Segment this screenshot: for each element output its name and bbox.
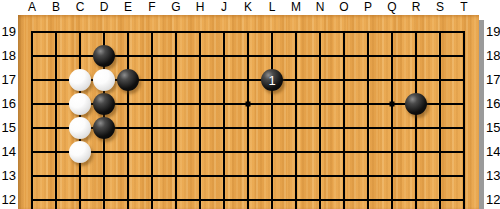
row-label-left-13: 13 <box>0 168 16 184</box>
row-label-left-15: 15 <box>0 120 16 136</box>
column-label-F: F <box>140 0 164 15</box>
white-stone-C16 <box>69 93 91 115</box>
column-label-K: K <box>236 0 260 15</box>
column-label-G: G <box>164 0 188 15</box>
row-label-right-17: 17 <box>486 72 500 88</box>
white-stone-C17 <box>69 69 91 91</box>
column-label-S: S <box>428 0 452 15</box>
move-1-black-stone-L17: 1 <box>261 69 283 91</box>
row-label-right-15: 15 <box>486 120 500 136</box>
column-label-N: N <box>308 0 332 15</box>
row-label-right-12: 12 <box>486 192 500 208</box>
white-stone-C14 <box>69 141 91 163</box>
black-stone-E17 <box>117 69 139 91</box>
move-number-label: 1 <box>261 69 283 91</box>
black-stone-D15 <box>93 117 115 139</box>
board-drop-shadow <box>479 20 484 209</box>
black-stone-D18 <box>93 45 115 67</box>
column-label-Q: Q <box>380 0 404 15</box>
white-stone-C15 <box>69 117 91 139</box>
row-label-right-16: 16 <box>486 96 500 112</box>
row-label-left-16: 16 <box>0 96 16 112</box>
column-label-E: E <box>116 0 140 15</box>
column-label-P: P <box>356 0 380 15</box>
column-label-O: O <box>332 0 356 15</box>
row-label-left-14: 14 <box>0 144 16 160</box>
row-label-left-19: 19 <box>0 24 16 40</box>
column-label-C: C <box>68 0 92 15</box>
row-label-left-12: 12 <box>0 192 16 208</box>
row-label-left-18: 18 <box>0 48 16 64</box>
black-stone-D16 <box>93 93 115 115</box>
row-label-right-14: 14 <box>486 144 500 160</box>
column-label-H: H <box>188 0 212 15</box>
column-label-R: R <box>404 0 428 15</box>
column-label-T: T <box>452 0 476 15</box>
black-stone-R16 <box>405 93 427 115</box>
column-label-A: A <box>20 0 44 15</box>
column-label-M: M <box>284 0 308 15</box>
row-label-left-17: 17 <box>0 72 16 88</box>
white-stone-D17 <box>93 69 115 91</box>
go-diagram: 1 ABCDEFGHJKLMNOPQRST 191918181717161615… <box>0 0 500 209</box>
column-label-B: B <box>44 0 68 15</box>
column-label-L: L <box>260 0 284 15</box>
column-label-D: D <box>92 0 116 15</box>
row-label-right-18: 18 <box>486 48 500 64</box>
row-label-right-13: 13 <box>486 168 500 184</box>
column-label-J: J <box>212 0 236 15</box>
row-label-right-19: 19 <box>486 24 500 40</box>
